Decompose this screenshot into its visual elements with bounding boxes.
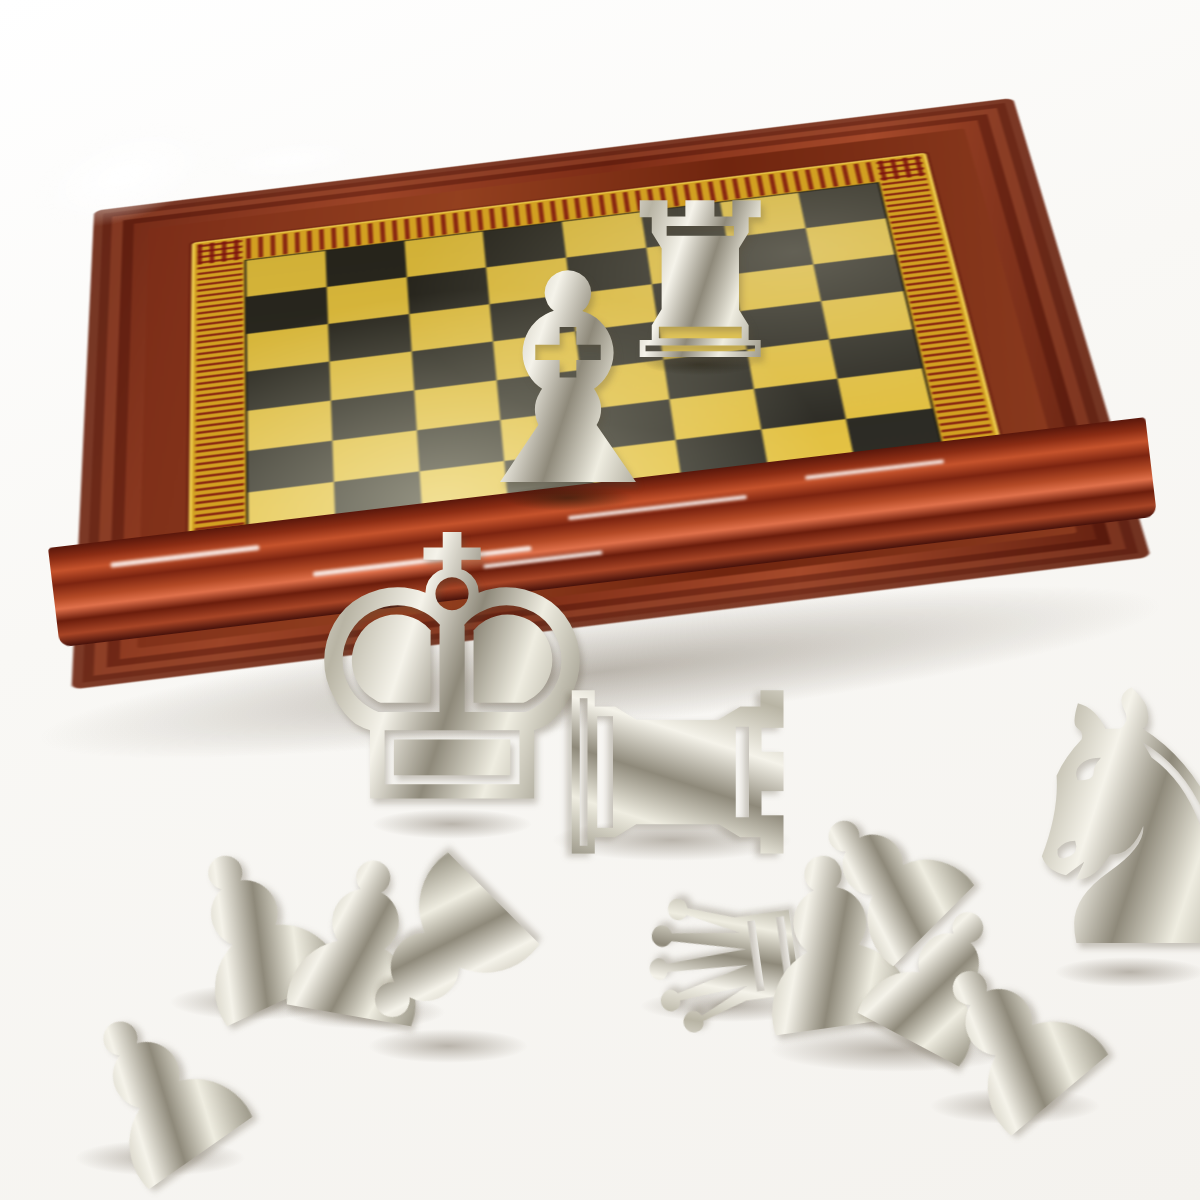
specular-highlight [110,545,260,568]
specular-highlight [805,459,944,480]
photo-canvas: ♜ ♝ ♚ ♜ ♞ ♛ ♟ ♟ ♟ ♟ ♟ ♟ ♟ ♟ [0,0,1200,1200]
